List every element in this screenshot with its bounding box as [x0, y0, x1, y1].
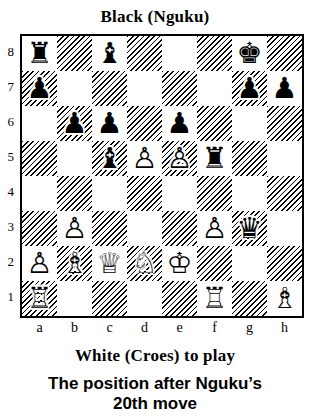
- square-g7[interactable]: ♟: [232, 71, 267, 106]
- square-f8[interactable]: [197, 36, 232, 71]
- square-g1[interactable]: [232, 281, 267, 316]
- square-d5[interactable]: ♙: [127, 141, 162, 176]
- board-area: 87654321 ♜♝♚♟♟♟♟♟♟♝♙♙♜♙♙♛♙♗♕♘♔♖♖♗: [0, 34, 310, 318]
- square-c8[interactable]: ♝: [92, 36, 127, 71]
- square-h6[interactable]: [267, 106, 302, 141]
- square-h3[interactable]: [267, 211, 302, 246]
- square-c7[interactable]: [92, 71, 127, 106]
- white-queen-piece: ♕: [92, 246, 127, 281]
- square-d3[interactable]: [127, 211, 162, 246]
- file-label-f: f: [197, 318, 232, 337]
- square-e4[interactable]: [162, 176, 197, 211]
- square-e3[interactable]: [162, 211, 197, 246]
- square-f3[interactable]: ♙: [197, 211, 232, 246]
- rank-labels: 87654321: [0, 34, 20, 318]
- square-c6[interactable]: ♟: [92, 106, 127, 141]
- chess-board: ♜♝♚♟♟♟♟♟♟♝♙♙♜♙♙♛♙♗♕♘♔♖♖♗: [20, 34, 304, 318]
- square-d6[interactable]: [127, 106, 162, 141]
- black-bishop-piece: ♝: [92, 36, 127, 71]
- white-rook-piece: ♖: [197, 281, 232, 316]
- square-h5[interactable]: [267, 141, 302, 176]
- caption-line-2: 20th move: [0, 394, 310, 414]
- square-e5[interactable]: ♙: [162, 141, 197, 176]
- square-g2[interactable]: [232, 246, 267, 281]
- square-a1[interactable]: ♖: [22, 281, 57, 316]
- square-g5[interactable]: [232, 141, 267, 176]
- white-king-piece: ♔: [162, 246, 197, 281]
- square-h2[interactable]: [267, 246, 302, 281]
- square-h4[interactable]: [267, 176, 302, 211]
- white-pawn-piece: ♙: [162, 141, 197, 176]
- white-pawn-piece: ♙: [197, 211, 232, 246]
- square-f7[interactable]: [197, 71, 232, 106]
- square-f4[interactable]: [197, 176, 232, 211]
- square-f2[interactable]: [197, 246, 232, 281]
- rank-label-3: 3: [0, 209, 20, 244]
- file-label-b: b: [57, 318, 92, 337]
- rank-label-7: 7: [0, 69, 20, 104]
- square-g8[interactable]: ♚: [232, 36, 267, 71]
- square-b4[interactable]: [57, 176, 92, 211]
- black-rook-piece: ♜: [197, 141, 232, 176]
- square-g4[interactable]: [232, 176, 267, 211]
- square-d7[interactable]: [127, 71, 162, 106]
- square-b5[interactable]: [57, 141, 92, 176]
- square-d2[interactable]: ♘: [127, 246, 162, 281]
- square-g3[interactable]: ♛: [232, 211, 267, 246]
- square-e1[interactable]: [162, 281, 197, 316]
- square-e7[interactable]: [162, 71, 197, 106]
- chess-diagram-page: Black (Nguku) 87654321 ♜♝♚♟♟♟♟♟♟♝♙♙♜♙♙♛♙…: [0, 0, 310, 418]
- square-e8[interactable]: [162, 36, 197, 71]
- rank-label-4: 4: [0, 174, 20, 209]
- square-f6[interactable]: [197, 106, 232, 141]
- black-pawn-piece: ♟: [57, 106, 92, 141]
- black-queen-piece: ♛: [232, 211, 267, 246]
- white-rook-piece: ♖: [22, 281, 57, 316]
- caption: The position after Nguku’s 20th move: [0, 374, 310, 414]
- rank-label-2: 2: [0, 244, 20, 279]
- square-b2[interactable]: ♗: [57, 246, 92, 281]
- square-d4[interactable]: [127, 176, 162, 211]
- file-label-d: d: [127, 318, 162, 337]
- square-a3[interactable]: [22, 211, 57, 246]
- square-g6[interactable]: [232, 106, 267, 141]
- black-rook-piece: ♜: [22, 36, 57, 71]
- white-bishop-piece: ♗: [267, 281, 302, 316]
- rank-label-5: 5: [0, 139, 20, 174]
- square-c3[interactable]: [92, 211, 127, 246]
- rank-label-1: 1: [0, 279, 20, 314]
- black-player-label: Black (Nguku): [0, 0, 310, 27]
- black-pawn-piece: ♟: [267, 71, 302, 106]
- file-label-h: h: [267, 318, 302, 337]
- square-h7[interactable]: ♟: [267, 71, 302, 106]
- rank-label-8: 8: [0, 34, 20, 69]
- square-h8[interactable]: [267, 36, 302, 71]
- square-e6[interactable]: ♟: [162, 106, 197, 141]
- file-label-g: g: [232, 318, 267, 337]
- square-b3[interactable]: ♙: [57, 211, 92, 246]
- white-pawn-piece: ♙: [22, 246, 57, 281]
- file-label-a: a: [22, 318, 57, 337]
- square-e2[interactable]: ♔: [162, 246, 197, 281]
- white-knight-piece: ♘: [127, 246, 162, 281]
- caption-line-1: The position after Nguku’s: [0, 374, 310, 394]
- black-pawn-piece: ♟: [162, 106, 197, 141]
- square-c4[interactable]: [92, 176, 127, 211]
- square-a8[interactable]: ♜: [22, 36, 57, 71]
- square-a2[interactable]: ♙: [22, 246, 57, 281]
- square-a7[interactable]: ♟: [22, 71, 57, 106]
- square-f1[interactable]: ♖: [197, 281, 232, 316]
- white-bishop-piece: ♗: [57, 246, 92, 281]
- file-labels: abcdefgh: [22, 318, 302, 337]
- black-king-piece: ♚: [232, 36, 267, 71]
- square-b1[interactable]: [57, 281, 92, 316]
- square-b6[interactable]: ♟: [57, 106, 92, 141]
- square-c5[interactable]: ♝: [92, 141, 127, 176]
- file-label-e: e: [162, 318, 197, 337]
- square-f5[interactable]: ♜: [197, 141, 232, 176]
- square-h1[interactable]: ♗: [267, 281, 302, 316]
- square-d1[interactable]: [127, 281, 162, 316]
- black-pawn-piece: ♟: [22, 71, 57, 106]
- white-player-label: White (Croes) to play: [0, 346, 310, 366]
- black-pawn-piece: ♟: [92, 106, 127, 141]
- white-pawn-piece: ♙: [57, 211, 92, 246]
- square-d8[interactable]: [127, 36, 162, 71]
- square-c2[interactable]: ♕: [92, 246, 127, 281]
- square-c1[interactable]: [92, 281, 127, 316]
- square-a4[interactable]: [22, 176, 57, 211]
- file-label-c: c: [92, 318, 127, 337]
- square-b7[interactable]: [57, 71, 92, 106]
- rank-label-6: 6: [0, 104, 20, 139]
- square-b8[interactable]: [57, 36, 92, 71]
- white-pawn-piece: ♙: [127, 141, 162, 176]
- black-pawn-piece: ♟: [232, 71, 267, 106]
- square-a5[interactable]: [22, 141, 57, 176]
- black-bishop-piece: ♝: [92, 141, 127, 176]
- square-a6[interactable]: [22, 106, 57, 141]
